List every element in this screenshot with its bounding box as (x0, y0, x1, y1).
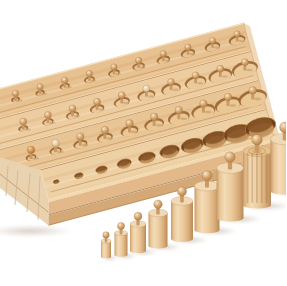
cylinder-knob (234, 31, 240, 37)
standing-cylinder-knob (103, 232, 110, 239)
cylinder-knob (135, 57, 141, 63)
standing-cylinder-knob (134, 212, 142, 220)
knob-shadow (66, 86, 72, 88)
knob-shadow (115, 73, 121, 75)
cylinder-knob (101, 126, 109, 134)
knob-shadow (140, 66, 146, 68)
cylinder-knob (168, 79, 175, 86)
knob-shadow (165, 60, 171, 62)
knob-shadow (197, 82, 203, 84)
cylinder-knob (160, 51, 166, 57)
knob-shadow (238, 40, 244, 42)
knob-shadow (99, 108, 105, 110)
knob-shadow (172, 89, 178, 91)
cylinder-body (271, 139, 287, 191)
montessori-cylinder-blocks-photo: Wooden Montessori knobbed-cylinder block… (0, 0, 286, 286)
standing-cylinder-knob (280, 122, 286, 133)
cylinder-knob (86, 70, 92, 76)
cylinder-knob (185, 44, 191, 50)
standing-cylinder-knob (225, 152, 235, 162)
cylinder-knob (111, 64, 117, 70)
standing-cylinder-knob (117, 222, 124, 229)
knob-shadow (222, 75, 228, 77)
cylinder-knob (12, 90, 18, 96)
standing-cylinder-knob (177, 187, 186, 196)
cylinder-knob (150, 113, 158, 121)
knob-shadow (131, 131, 138, 134)
cylinder-knob (94, 98, 101, 105)
knob-shadow (123, 102, 129, 104)
knob-shadow (106, 137, 113, 140)
cylinder-knob (77, 133, 85, 141)
cylinder-knob (209, 37, 215, 43)
cylinder-knob (52, 139, 60, 147)
cylinder-knob (224, 93, 232, 101)
knob-shadow (246, 69, 252, 71)
knob-shadow (156, 124, 163, 127)
cylinder-body (149, 213, 168, 246)
knob-shadow (41, 93, 47, 95)
standing-cylinder-knob (252, 134, 263, 145)
knob-shadow (189, 53, 195, 55)
product-photo: Wooden Montessori knobbed-cylinder block… (0, 0, 286, 286)
knob-shadow (57, 150, 64, 153)
ground-shadow-layer (0, 225, 72, 237)
knob-shadow (32, 157, 39, 160)
cylinder-knob (126, 120, 134, 128)
block-ground-shadow (0, 225, 72, 237)
cylinder-body (217, 168, 244, 218)
cylinder-knob (44, 112, 51, 119)
cylinder-knob (200, 100, 208, 108)
knob-shadow (91, 80, 97, 82)
cylinder-knob (175, 106, 183, 114)
standing-cylinder-knob (154, 200, 163, 209)
knob-shadow (82, 144, 89, 147)
cylinder-knob (118, 92, 125, 99)
knob-shadow (25, 128, 31, 130)
knob-shadow (214, 47, 220, 49)
cylinder-body (195, 186, 220, 230)
knob-shadow (229, 104, 236, 107)
knob-shadow (254, 98, 261, 101)
knob-shadow (148, 95, 154, 97)
cylinder-body (115, 233, 128, 255)
cylinder-body (171, 201, 193, 239)
knob-shadow (49, 122, 55, 124)
knob-shadow (180, 117, 187, 120)
cylinder-knob (217, 65, 224, 72)
cylinder-knob (192, 72, 199, 79)
cylinder-knob (249, 87, 257, 95)
standing-cylinder-knob (202, 171, 212, 181)
cylinder-knob (143, 85, 150, 92)
cylinder-knob (20, 118, 27, 125)
cylinder-body (130, 224, 146, 251)
cylinder-knob (69, 105, 76, 112)
cylinder-knob (61, 77, 67, 83)
knob-shadow (74, 115, 80, 117)
knob-shadow (205, 111, 212, 114)
cylinder-knob (37, 84, 43, 90)
cylinder-knob (27, 146, 35, 154)
cylinder-knob (241, 59, 248, 66)
knob-shadow (17, 99, 23, 101)
